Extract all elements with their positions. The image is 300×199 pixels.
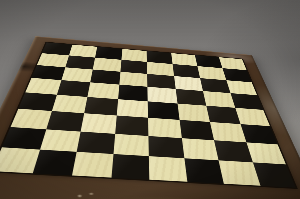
- square-r6c2: [46, 111, 84, 131]
- square-r8c4: [111, 154, 149, 180]
- square-r8c2: [32, 150, 76, 176]
- square-r6c6: [179, 120, 214, 140]
- square-r7c2: [40, 129, 81, 152]
- board-perspective-wrap: [0, 0, 300, 199]
- chessboard-grid: [0, 42, 296, 187]
- square-r6c4: [115, 115, 149, 135]
- square-r6c3: [81, 113, 117, 133]
- square-r7c5: [148, 136, 184, 159]
- square-r8c6: [184, 158, 224, 183]
- square-r7c1: [2, 127, 46, 150]
- square-r7c3: [77, 131, 115, 154]
- square-r7c6: [181, 138, 218, 161]
- chessboard-frame: [0, 36, 300, 199]
- square-r8c5: [149, 156, 187, 181]
- square-r6c5: [148, 118, 181, 138]
- square-r8c3: [72, 152, 113, 178]
- photograph: [0, 0, 300, 199]
- square-r8c8: [253, 163, 296, 188]
- square-r7c8: [246, 142, 286, 164]
- square-r6c1: [11, 109, 52, 130]
- square-r7c4: [113, 134, 149, 157]
